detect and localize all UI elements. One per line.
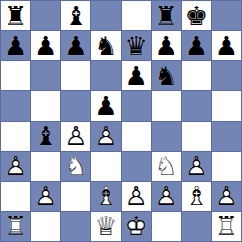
square-h4[interactable] [212, 122, 241, 151]
white-bishop-outline-icon: ♗ [91, 182, 120, 211]
square-e4[interactable] [122, 122, 151, 151]
piece-white-pawn[interactable]: ♟♙ [61, 122, 90, 151]
white-pawn-outline-icon: ♙ [91, 122, 120, 151]
square-f2[interactable]: ♟♙ [152, 182, 181, 211]
square-d1[interactable]: ♛♕ [91, 212, 120, 241]
square-b2[interactable]: ♟♙ [31, 182, 60, 211]
black-pawn-icon: ♟ [182, 31, 211, 60]
square-d5[interactable]: ♟ [91, 91, 120, 120]
piece-white-rook[interactable]: ♜♖ [1, 212, 30, 241]
square-e3[interactable] [122, 152, 151, 181]
black-king-icon: ♚ [182, 1, 211, 30]
square-b6[interactable] [31, 61, 60, 90]
piece-black-pawn[interactable]: ♟ [182, 31, 211, 60]
square-c5[interactable] [61, 91, 90, 120]
piece-black-bishop[interactable]: ♝ [31, 122, 60, 151]
square-a1[interactable]: ♜♖ [1, 212, 30, 241]
black-pawn-icon: ♟ [152, 31, 181, 60]
square-g2[interactable]: ♝♗ [182, 182, 211, 211]
piece-black-pawn[interactable]: ♟ [122, 61, 151, 90]
piece-black-queen[interactable]: ♛ [122, 31, 151, 60]
square-d2[interactable]: ♝♗ [91, 182, 120, 211]
square-a8[interactable]: ♜ [1, 1, 30, 30]
square-e2[interactable]: ♟♙ [122, 182, 151, 211]
black-pawn-icon: ♟ [31, 31, 60, 60]
white-pawn-outline-icon: ♙ [61, 122, 90, 151]
square-g4[interactable] [182, 122, 211, 151]
square-h1[interactable]: ♜♖ [212, 212, 241, 241]
square-g7[interactable]: ♟ [182, 31, 211, 60]
black-pawn-icon: ♟ [122, 61, 151, 90]
square-f1[interactable] [152, 212, 181, 241]
piece-black-bishop[interactable]: ♝ [61, 1, 90, 30]
white-pawn-outline-icon: ♙ [1, 152, 30, 181]
black-pawn-icon: ♟ [61, 31, 90, 60]
square-h8[interactable] [212, 1, 241, 30]
square-f4[interactable] [152, 122, 181, 151]
piece-white-bishop[interactable]: ♝♗ [182, 182, 211, 211]
black-bishop-icon: ♝ [61, 1, 90, 30]
piece-black-knight[interactable]: ♞ [152, 61, 181, 90]
square-c4[interactable]: ♟♙ [61, 122, 90, 151]
piece-black-pawn[interactable]: ♟ [31, 31, 60, 60]
square-b1[interactable] [31, 212, 60, 241]
white-knight-outline-icon: ♘ [152, 152, 181, 181]
white-rook-outline-icon: ♖ [212, 212, 241, 241]
white-pawn-outline-icon: ♙ [152, 182, 181, 211]
piece-white-queen[interactable]: ♛♕ [91, 212, 120, 241]
piece-black-king[interactable]: ♚ [182, 1, 211, 30]
black-knight-icon: ♞ [91, 31, 120, 60]
piece-white-pawn[interactable]: ♟♙ [122, 182, 151, 211]
square-a3[interactable]: ♟♙ [1, 152, 30, 181]
square-a5[interactable] [1, 91, 30, 120]
piece-black-pawn[interactable]: ♟ [61, 31, 90, 60]
white-pawn-outline-icon: ♙ [212, 182, 241, 211]
square-e6[interactable]: ♟ [122, 61, 151, 90]
piece-white-bishop[interactable]: ♝♗ [91, 182, 120, 211]
piece-white-knight[interactable]: ♞♘ [61, 152, 90, 181]
square-c1[interactable] [61, 212, 90, 241]
square-b7[interactable]: ♟ [31, 31, 60, 60]
piece-black-rook[interactable]: ♜ [1, 1, 30, 30]
square-f8[interactable]: ♜ [152, 1, 181, 30]
square-a4[interactable] [1, 122, 30, 151]
square-c2[interactable] [61, 182, 90, 211]
square-g3[interactable]: ♟♙ [182, 152, 211, 181]
piece-black-pawn[interactable]: ♟ [91, 91, 120, 120]
piece-white-pawn[interactable]: ♟♙ [152, 182, 181, 211]
piece-white-pawn[interactable]: ♟♙ [182, 152, 211, 181]
square-b3[interactable] [31, 152, 60, 181]
square-d8[interactable] [91, 1, 120, 30]
white-rook-outline-icon: ♖ [1, 212, 30, 241]
square-a2[interactable] [1, 182, 30, 211]
white-knight-outline-icon: ♘ [61, 152, 90, 181]
white-pawn-outline-icon: ♙ [31, 182, 60, 211]
square-b8[interactable] [31, 1, 60, 30]
square-e7[interactable]: ♛ [122, 31, 151, 60]
square-c8[interactable]: ♝ [61, 1, 90, 30]
square-g5[interactable] [182, 91, 211, 120]
square-h5[interactable] [212, 91, 241, 120]
piece-black-rook[interactable]: ♜ [152, 1, 181, 30]
square-c7[interactable]: ♟ [61, 31, 90, 60]
white-pawn-outline-icon: ♙ [122, 182, 151, 211]
square-b4[interactable]: ♝ [31, 122, 60, 151]
chess-board: ♜♝♜♚♟♟♟♞♛♟♟♟♟♞♟♝♟♙♟♙♟♙♞♘♞♘♟♙♟♙♝♗♟♙♟♙♝♗♟♙… [0, 0, 242, 242]
square-g6[interactable] [182, 61, 211, 90]
square-a7[interactable]: ♟ [1, 31, 30, 60]
square-f6[interactable]: ♞ [152, 61, 181, 90]
square-e8[interactable] [122, 1, 151, 30]
square-h7[interactable]: ♟ [212, 31, 241, 60]
square-h6[interactable] [212, 61, 241, 90]
square-g1[interactable] [182, 212, 211, 241]
black-bishop-icon: ♝ [31, 122, 60, 151]
square-d4[interactable]: ♟♙ [91, 122, 120, 151]
piece-white-pawn[interactable]: ♟♙ [212, 182, 241, 211]
white-king-outline-icon: ♔ [122, 212, 151, 241]
piece-white-king[interactable]: ♚♔ [122, 212, 151, 241]
square-f5[interactable] [152, 91, 181, 120]
white-bishop-outline-icon: ♗ [182, 182, 211, 211]
piece-white-pawn[interactable]: ♟♙ [91, 122, 120, 151]
piece-white-pawn[interactable]: ♟♙ [31, 182, 60, 211]
piece-black-pawn[interactable]: ♟ [152, 31, 181, 60]
piece-black-pawn[interactable]: ♟ [212, 31, 241, 60]
square-b5[interactable] [31, 91, 60, 120]
piece-white-pawn[interactable]: ♟♙ [1, 152, 30, 181]
square-h2[interactable]: ♟♙ [212, 182, 241, 211]
black-rook-icon: ♜ [1, 1, 30, 30]
piece-white-knight[interactable]: ♞♘ [152, 152, 181, 181]
white-pawn-outline-icon: ♙ [182, 152, 211, 181]
square-e5[interactable] [122, 91, 151, 120]
square-a6[interactable] [1, 61, 30, 90]
black-pawn-icon: ♟ [1, 31, 30, 60]
piece-black-pawn[interactable]: ♟ [1, 31, 30, 60]
black-pawn-icon: ♟ [91, 91, 120, 120]
black-pawn-icon: ♟ [212, 31, 241, 60]
square-d3[interactable] [91, 152, 120, 181]
square-h3[interactable] [212, 152, 241, 181]
square-d7[interactable]: ♞ [91, 31, 120, 60]
square-f7[interactable]: ♟ [152, 31, 181, 60]
black-knight-icon: ♞ [152, 61, 181, 90]
square-e1[interactable]: ♚♔ [122, 212, 151, 241]
square-f3[interactable]: ♞♘ [152, 152, 181, 181]
black-rook-icon: ♜ [152, 1, 181, 30]
square-c6[interactable] [61, 61, 90, 90]
square-c3[interactable]: ♞♘ [61, 152, 90, 181]
piece-black-knight[interactable]: ♞ [91, 31, 120, 60]
piece-white-rook[interactable]: ♜♖ [212, 212, 241, 241]
black-queen-icon: ♛ [122, 31, 151, 60]
square-g8[interactable]: ♚ [182, 1, 211, 30]
white-queen-outline-icon: ♕ [91, 212, 120, 241]
square-d6[interactable] [91, 61, 120, 90]
